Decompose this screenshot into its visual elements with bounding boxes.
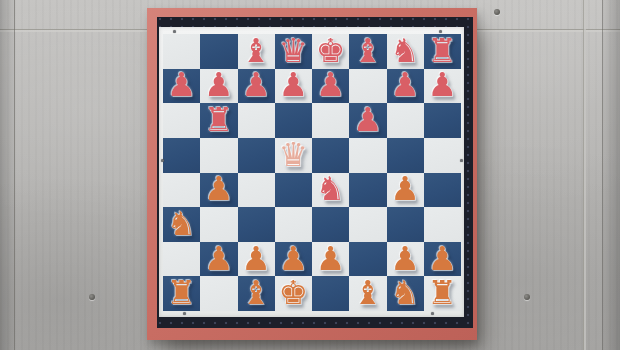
square-g2[interactable]: ♟ (387, 242, 424, 277)
square-a6[interactable] (163, 103, 200, 138)
orange-pawn-b2[interactable]: ♟ (204, 242, 234, 275)
panel-screw (460, 159, 463, 162)
square-g3[interactable] (387, 207, 424, 242)
orange-pawn-h2[interactable]: ♟ (428, 242, 458, 275)
formwork-hole (524, 294, 530, 300)
square-a4[interactable] (163, 173, 200, 208)
square-c7[interactable]: ♟ (238, 69, 275, 104)
panel-screw (183, 312, 186, 315)
red-queen-d8[interactable]: ♛ (279, 34, 309, 67)
chess-board-frame: ♝♛♚♝♞♜♟♟♟♟♟♟♟♜♟♛♟♞♟♞♟♟♟♟♟♟♜♝♚♝♞♜ (147, 8, 477, 340)
square-g6[interactable] (387, 103, 424, 138)
square-b4[interactable]: ♟ (200, 173, 237, 208)
square-g5[interactable] (387, 138, 424, 173)
square-c6[interactable] (238, 103, 275, 138)
red-knight-g8[interactable]: ♞ (390, 34, 420, 67)
square-g7[interactable]: ♟ (387, 69, 424, 104)
square-e6[interactable] (312, 103, 349, 138)
wall-edge-right (602, 0, 620, 350)
panel-screw (431, 312, 434, 315)
square-a3[interactable]: ♞ (163, 207, 200, 242)
square-f1[interactable]: ♝ (349, 276, 386, 311)
red-pawn-c7[interactable]: ♟ (241, 68, 271, 101)
square-d2[interactable]: ♟ (275, 242, 312, 277)
square-d5[interactable]: ♛ (275, 138, 312, 173)
square-a2[interactable] (163, 242, 200, 277)
square-f8[interactable]: ♝ (349, 34, 386, 69)
orange-knight-a3[interactable]: ♞ (167, 207, 197, 240)
red-pawn-b7[interactable]: ♟ (204, 68, 234, 101)
orange-king-d1[interactable]: ♚ (279, 276, 309, 309)
orange-pawn-e2[interactable]: ♟ (316, 242, 346, 275)
square-h6[interactable] (424, 103, 461, 138)
red-bishop-c8[interactable]: ♝ (241, 34, 271, 67)
wall-edge-left (0, 0, 15, 350)
square-c5[interactable] (238, 138, 275, 173)
square-g4[interactable]: ♟ (387, 173, 424, 208)
square-f5[interactable] (349, 138, 386, 173)
orange-pawn-c2[interactable]: ♟ (241, 242, 271, 275)
square-g8[interactable]: ♞ (387, 34, 424, 69)
orange-knight-g1[interactable]: ♞ (390, 276, 420, 309)
square-h5[interactable] (424, 138, 461, 173)
square-h7[interactable]: ♟ (424, 69, 461, 104)
panel-screw (173, 30, 176, 33)
square-d3[interactable] (275, 207, 312, 242)
square-h8[interactable]: ♜ (424, 34, 461, 69)
orange-rook-h1[interactable]: ♜ (428, 276, 458, 309)
orange-queen-d5[interactable]: ♛ (279, 138, 309, 171)
square-b2[interactable]: ♟ (200, 242, 237, 277)
red-pawn-d7[interactable]: ♟ (279, 68, 309, 101)
square-e4[interactable]: ♞ (312, 173, 349, 208)
orange-pawn-d2[interactable]: ♟ (279, 242, 309, 275)
square-f7[interactable] (349, 69, 386, 104)
square-b6[interactable]: ♜ (200, 103, 237, 138)
orange-rook-a1[interactable]: ♜ (167, 276, 197, 309)
square-c8[interactable]: ♝ (238, 34, 275, 69)
red-king-e8[interactable]: ♚ (316, 34, 346, 67)
square-g1[interactable]: ♞ (387, 276, 424, 311)
square-b3[interactable] (200, 207, 237, 242)
square-f4[interactable] (349, 173, 386, 208)
orange-pawn-g2[interactable]: ♟ (390, 242, 420, 275)
square-e5[interactable] (312, 138, 349, 173)
square-f3[interactable] (349, 207, 386, 242)
formwork-hole (89, 294, 95, 300)
square-e1[interactable] (312, 276, 349, 311)
square-e3[interactable] (312, 207, 349, 242)
orange-bishop-c1[interactable]: ♝ (241, 276, 271, 309)
square-h2[interactable]: ♟ (424, 242, 461, 277)
square-c2[interactable]: ♟ (238, 242, 275, 277)
square-d4[interactable] (275, 173, 312, 208)
wall-seam-vertical (583, 0, 586, 350)
square-f2[interactable] (349, 242, 386, 277)
square-a7[interactable]: ♟ (163, 69, 200, 104)
red-rook-h8[interactable]: ♜ (428, 34, 458, 67)
square-h3[interactable] (424, 207, 461, 242)
square-a8[interactable] (163, 34, 200, 69)
square-b1[interactable] (200, 276, 237, 311)
red-pawn-g7[interactable]: ♟ (390, 68, 420, 101)
panel-screw (161, 159, 164, 162)
square-e8[interactable]: ♚ (312, 34, 349, 69)
red-pawn-a7[interactable]: ♟ (167, 68, 197, 101)
red-knight-e4[interactable]: ♞ (316, 172, 346, 205)
square-d1[interactable]: ♚ (275, 276, 312, 311)
red-rook-b6[interactable]: ♜ (204, 103, 234, 136)
square-e7[interactable]: ♟ (312, 69, 349, 104)
chess-board-inner-band: ♝♛♚♝♞♜♟♟♟♟♟♟♟♜♟♛♟♞♟♞♟♟♟♟♟♟♜♝♚♝♞♜ (157, 17, 473, 328)
square-b5[interactable] (200, 138, 237, 173)
red-pawn-h7[interactable]: ♟ (428, 68, 458, 101)
orange-pawn-b4[interactable]: ♟ (204, 172, 234, 205)
square-c3[interactable] (238, 207, 275, 242)
red-pawn-f6[interactable]: ♟ (353, 103, 383, 136)
red-pawn-e7[interactable]: ♟ (316, 68, 346, 101)
square-d7[interactable]: ♟ (275, 69, 312, 104)
square-b8[interactable] (200, 34, 237, 69)
orange-pawn-g4[interactable]: ♟ (390, 172, 420, 205)
formwork-hole (494, 9, 500, 15)
square-h1[interactable]: ♜ (424, 276, 461, 311)
square-d6[interactable] (275, 103, 312, 138)
square-d8[interactable]: ♛ (275, 34, 312, 69)
chess-board-panel: ♝♛♚♝♞♜♟♟♟♟♟♟♟♜♟♛♟♞♟♞♟♟♟♟♟♟♜♝♚♝♞♜ (159, 27, 464, 317)
scene: ♝♛♚♝♞♜♟♟♟♟♟♟♟♜♟♛♟♞♟♞♟♟♟♟♟♟♜♝♚♝♞♜ (0, 0, 620, 350)
red-bishop-f8[interactable]: ♝ (353, 34, 383, 67)
square-b7[interactable]: ♟ (200, 69, 237, 104)
chess-board: ♝♛♚♝♞♜♟♟♟♟♟♟♟♜♟♛♟♞♟♞♟♟♟♟♟♟♜♝♚♝♞♜ (163, 34, 461, 311)
orange-bishop-f1[interactable]: ♝ (353, 276, 383, 309)
square-c1[interactable]: ♝ (238, 276, 275, 311)
square-f6[interactable]: ♟ (349, 103, 386, 138)
square-e2[interactable]: ♟ (312, 242, 349, 277)
square-a1[interactable]: ♜ (163, 276, 200, 311)
square-c4[interactable] (238, 173, 275, 208)
square-h4[interactable] (424, 173, 461, 208)
square-a5[interactable] (163, 138, 200, 173)
